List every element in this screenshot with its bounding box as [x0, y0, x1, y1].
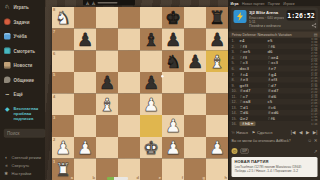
square-a6[interactable]: 6	[52, 50, 74, 72]
panel-tab-2[interactable]: Новая партия	[242, 1, 264, 5]
white-bishop[interactable]: ♝	[96, 94, 118, 116]
square-d7[interactable]	[118, 29, 140, 51]
sidebar-item-label: Общение	[14, 77, 35, 82]
square-b2[interactable]: ♟	[74, 137, 96, 159]
move-number: 14.	[232, 111, 240, 116]
square-b8[interactable]	[74, 7, 96, 29]
blitz-arena-icon	[234, 10, 247, 23]
nav-back-button[interactable]: ◀	[299, 129, 302, 136]
top-player-bar-cropped[interactable]: ♙ ♙	[83, 0, 135, 6]
sidebar-item-label: Играть	[14, 5, 29, 10]
square-g4[interactable]	[184, 94, 206, 116]
black-pawn[interactable]: ♟	[184, 50, 206, 72]
file-label: d	[137, 175, 139, 180]
square-h1[interactable]: h	[206, 158, 228, 180]
white-move[interactable]: ♘xa8	[240, 100, 268, 105]
square-c2[interactable]	[96, 137, 118, 159]
rank-label: 8	[53, 8, 55, 13]
sidebar-item-news[interactable]: Новости	[0, 58, 45, 73]
square-d6[interactable]	[118, 50, 140, 72]
square-a4[interactable]: 4	[52, 94, 74, 116]
black-king[interactable]: ♚	[162, 7, 184, 29]
footer-item-label: Светлый режим	[12, 155, 41, 160]
black-move[interactable]: e5	[268, 39, 296, 44]
square-e3[interactable]	[140, 115, 162, 137]
black-move[interactable]: ♗xf3	[268, 77, 296, 82]
rank-label: 3	[53, 116, 55, 121]
theme-icon: ◐	[4, 155, 9, 160]
rank-label: 1	[53, 159, 55, 164]
black-knight[interactable]: ♞	[162, 50, 184, 72]
sidebar-item-label: Учёба	[14, 34, 27, 39]
square-g7[interactable]	[184, 29, 206, 51]
black-move[interactable]: ♘f6	[268, 44, 296, 49]
captured-pawn-icon: ♙	[92, 0, 96, 5]
black-move[interactable]: ♗e7	[268, 66, 296, 71]
move-number: 12.	[232, 100, 240, 105]
square-h2[interactable]: ♟	[206, 137, 228, 159]
news-icon	[4, 62, 11, 69]
black-move[interactable]: ♕c6	[268, 105, 296, 110]
white-pawn[interactable]: ♟	[74, 137, 96, 159]
square-d8[interactable]	[118, 7, 140, 29]
square-f5[interactable]	[162, 72, 184, 94]
black-move[interactable]: ♗g4	[268, 72, 296, 77]
square-h8[interactable]: ♜	[206, 7, 228, 29]
square-e5[interactable]: ♟	[140, 72, 162, 94]
square-e4[interactable]: ♟	[140, 94, 162, 116]
banner-text: Вы не могли бы отключить AdBlock?	[232, 139, 306, 143]
square-e8[interactable]	[140, 7, 162, 29]
move-number: 11.	[232, 94, 240, 99]
square-g2[interactable]	[184, 137, 206, 159]
black-pawn[interactable]: ♟	[162, 29, 184, 51]
square-f6[interactable]: ♞	[162, 50, 184, 72]
rank-label: 6	[53, 51, 55, 56]
share-icon[interactable]	[312, 23, 317, 28]
square-c6[interactable]	[96, 50, 118, 72]
white-king[interactable]: ♚	[140, 137, 162, 159]
footer-item-label: Настройки	[12, 171, 32, 176]
collapse-icon: «	[4, 163, 9, 168]
square-f2[interactable]: ♟	[162, 137, 184, 159]
sidebar-item-watch[interactable]: Смотреть	[0, 44, 45, 59]
tournament-clock: 1:26:52	[287, 12, 314, 20]
online-dot	[107, 177, 114, 180]
white-pawn[interactable]: ♟	[206, 137, 228, 159]
white-move[interactable]: dxc3	[240, 66, 268, 71]
tournament-info: 3|2 Blitz Arena Классика · 640 игроков 5…	[249, 10, 284, 27]
opening-bar[interactable]: Petrov Defense: Nimzowitsch Variation ▤	[229, 32, 320, 38]
settings-icon: ✱	[4, 171, 9, 176]
chat-toolbar: ☺ GIF ↗	[232, 148, 318, 154]
square-c8[interactable]	[96, 7, 118, 29]
rank-label: 7	[53, 29, 55, 34]
white-move[interactable]: ♗h6+	[240, 122, 256, 127]
square-f1[interactable]: f	[162, 158, 184, 180]
move-number: 9.	[232, 83, 240, 88]
square-a1[interactable]: 1a♜	[52, 158, 74, 180]
footer-item-theme[interactable]: ◐Светлый режим	[0, 153, 45, 161]
move-number: 7.	[232, 72, 240, 77]
opening-name: Petrov Defense: Nimzowitsch Variation	[232, 33, 312, 37]
resign-button[interactable]: ⚑ Сдаться	[252, 130, 273, 135]
sidebar-item-label: Новости	[14, 63, 33, 68]
square-g5[interactable]	[184, 72, 206, 94]
toast-body	[114, 177, 128, 180]
game-panel: ИграНовая партияПартииИгроки 3|2 Blitz A…	[228, 0, 320, 180]
half-point-icon: ½	[232, 130, 235, 135]
cropped-toast	[107, 177, 128, 180]
tournament-clock-box: 1:26:52	[287, 10, 316, 21]
black-move[interactable]: ♘f6	[268, 116, 296, 121]
file-label: a	[71, 175, 73, 180]
black-move[interactable]: ♕d6	[268, 94, 296, 99]
sidebar-item-learn[interactable]: Учёба	[0, 29, 45, 44]
square-b5[interactable]	[74, 72, 96, 94]
tournament-title: 3|2 Blitz Arena	[249, 10, 284, 15]
move-number: 15.	[232, 116, 240, 121]
white-move[interactable]: ♗c4	[240, 72, 268, 77]
square-e7[interactable]: ♝	[140, 29, 162, 51]
captured-pawn-icon: ♙	[86, 0, 90, 5]
square-a3[interactable]: 3	[52, 115, 74, 137]
panel-tabs: ИграНовая партияПартииИгроки	[229, 0, 320, 6]
sidebar-item-more[interactable]: •••Ещё	[0, 87, 45, 102]
black-pawn[interactable]: ♟	[74, 29, 96, 51]
file-label: h	[225, 175, 227, 180]
sidebar-item-label: Ещё	[14, 92, 23, 97]
square-f3[interactable]: ♟	[162, 115, 184, 137]
white-move[interactable]: ♖d1	[240, 105, 268, 110]
white-move[interactable]: ♘c3	[240, 61, 268, 66]
white-pawn[interactable]: ♟	[52, 137, 74, 159]
square-b1[interactable]: b	[74, 158, 96, 180]
square-h5[interactable]	[206, 72, 228, 94]
square-h3[interactable]	[206, 115, 228, 137]
white-move[interactable]: ♘xe5	[240, 50, 268, 55]
white-move[interactable]: e4	[240, 39, 268, 44]
square-g1[interactable]: g	[184, 158, 206, 180]
white-move[interactable]: ♔e2	[240, 116, 268, 121]
tournament-subtitle: Классика · 640 игроков	[249, 16, 284, 20]
white-knight[interactable]: ♞	[52, 7, 74, 29]
square-h6[interactable]: ♝	[206, 50, 228, 72]
move-number: 2.	[232, 44, 240, 49]
footer-item-label: Свернуть	[12, 163, 30, 168]
square-b7[interactable]: ♟	[74, 29, 96, 51]
square-c7[interactable]	[96, 29, 118, 51]
square-g8[interactable]	[184, 7, 206, 29]
move-row: 16.♗h6+1:46	[229, 121, 320, 127]
move-times: 1:46	[311, 123, 318, 126]
search-input[interactable]	[4, 129, 45, 138]
sidebar-item-puzzles[interactable]: Задачи	[0, 15, 45, 30]
square-e6[interactable]	[140, 50, 162, 72]
adblock-banner: Вы не могли бы отключить AdBlock? ☺ ✕	[232, 138, 318, 143]
white-move[interactable]: ♘f3	[240, 44, 268, 49]
popout-icon[interactable]: ↗	[314, 149, 318, 154]
nav-forward-button[interactable]: ▶	[306, 129, 309, 136]
square-d3[interactable]	[118, 115, 140, 137]
close-icon[interactable]: ✕	[314, 138, 318, 143]
square-b6[interactable]	[74, 50, 96, 72]
watch-icon	[4, 48, 11, 55]
black-move[interactable]: ♘xc3	[268, 61, 296, 66]
mouse-cursor-dot	[161, 75, 164, 78]
player-name-cropped	[98, 2, 118, 4]
gif-icon[interactable]: GIF	[241, 149, 249, 154]
white-pawn[interactable]: ♟	[162, 115, 184, 137]
play-icon: ♘	[4, 4, 11, 11]
black-move[interactable]: ♕xd6	[268, 111, 296, 116]
smile-reaction-icon[interactable]: ☺	[307, 138, 312, 143]
square-d5[interactable]	[118, 72, 140, 94]
black-move[interactable]: d6	[268, 50, 296, 55]
diamond-icon: ◆	[4, 106, 11, 113]
sidebar-item-label: Задачи	[14, 19, 30, 24]
resign-flag-icon: ⚑	[252, 130, 256, 135]
square-a2[interactable]: 2♟	[52, 137, 74, 159]
footer-item-settings[interactable]: ✱Настройки	[0, 169, 45, 177]
move-list[interactable]: 1.e4e53:003:002.♘f3♘f62:592:583.♘xe5d62:…	[229, 38, 320, 127]
nav-first-button[interactable]: |◀	[291, 129, 296, 136]
move-number: 16.	[232, 122, 240, 127]
black-bishop[interactable]: ♝	[140, 29, 162, 51]
opening-book-icon: ▤	[314, 32, 318, 37]
panel-tab-3[interactable]: Партии	[268, 1, 280, 5]
square-c3[interactable]	[96, 115, 118, 137]
white-move[interactable]: gxf3	[240, 83, 268, 88]
learn-icon	[4, 33, 11, 40]
black-move[interactable]: ♘xe4	[268, 55, 296, 60]
white-bishop[interactable]: ♝	[206, 50, 228, 72]
white-move[interactable]: ♘c7	[240, 94, 268, 99]
standings-link[interactable]: Перейти к рейтингу	[249, 24, 284, 28]
move-number: 1.	[232, 39, 240, 44]
square-d4[interactable]	[118, 94, 140, 116]
sidebar-search	[0, 125, 45, 141]
black-pawn[interactable]: ♟	[206, 29, 228, 51]
square-h4[interactable]	[206, 94, 228, 116]
panel-tab-4[interactable]: Игроки	[283, 1, 294, 5]
tournament-round: 5:11	[249, 20, 284, 24]
nav-last-button[interactable]: ▶|	[313, 129, 318, 136]
rank-label: 2	[53, 137, 55, 142]
white-move[interactable]: ♕xd7	[240, 88, 268, 93]
panel-tab-1[interactable]: Игра	[231, 1, 239, 5]
square-c4[interactable]: ♝	[96, 94, 118, 116]
new-game-title: НОВАЯ ПАРТИЯ	[235, 159, 315, 164]
white-move[interactable]: ♘f3	[240, 55, 268, 60]
file-label: f	[182, 175, 183, 180]
square-a5[interactable]: 5	[52, 72, 74, 94]
black-pawn[interactable]: ♟	[140, 72, 162, 94]
file-label: b	[93, 175, 95, 180]
black-move[interactable]: ♕xd7	[268, 88, 296, 93]
new-game-players: LeoTsarfman (1278) против Maratovau (194…	[235, 165, 315, 169]
move-number: 13.	[232, 105, 240, 110]
emoji-icon[interactable]: ☺	[232, 148, 238, 154]
tournament-box[interactable]: 3|2 Blitz Arena Классика · 640 игроков 5…	[231, 8, 318, 30]
game-controls: ½ Ничья ⚑ Сдаться |◀◀▶▶|	[229, 128, 320, 136]
more-icon: •••	[4, 91, 11, 98]
new-game-rating-change: Победа +2.5 / Ничья -1.4 / Поражение -5.…	[235, 169, 315, 173]
move-number: 6.	[232, 66, 240, 71]
move-number: 3.	[232, 50, 240, 55]
black-rook[interactable]: ♜	[206, 7, 228, 29]
sidebar-item-social[interactable]: Общение	[0, 73, 45, 88]
square-g6[interactable]: ♟	[184, 50, 206, 72]
square-g3[interactable]	[184, 115, 206, 137]
sidebar-item-play[interactable]: ♘Играть	[0, 0, 45, 15]
square-a8[interactable]: 8♞	[52, 7, 74, 29]
file-label: e	[159, 175, 161, 180]
white-move[interactable]: ♗e3	[240, 77, 268, 82]
square-d2[interactable]	[118, 137, 140, 159]
sidebar-footer: ◐Светлый режим«Свернуть✱Настройки	[0, 153, 45, 177]
square-a7[interactable]: 7	[52, 29, 74, 51]
new-game-card: НОВАЯ ПАРТИЯ LeoTsarfman (1278) против M…	[232, 157, 318, 177]
rank-label: 5	[53, 72, 55, 77]
black-move[interactable]: c5	[268, 100, 296, 105]
black-move[interactable]: ♘d7	[268, 83, 296, 88]
sidebar-menu: ♘ИгратьЗадачиУчёбаСмотретьНовостиОбщение…	[0, 0, 45, 102]
square-f8[interactable]: ♚	[162, 7, 184, 29]
white-pawn[interactable]: ♟	[162, 137, 184, 159]
square-h7[interactable]: ♟	[206, 29, 228, 51]
footer-item-collapse[interactable]: «Свернуть	[0, 161, 45, 169]
square-f7[interactable]: ♟	[162, 29, 184, 51]
rank-label: 4	[53, 94, 55, 99]
square-b4[interactable]	[74, 94, 96, 116]
sidebar: ♘ИгратьЗадачиУчёбаСмотретьНовостиОбщение…	[0, 0, 45, 180]
white-move[interactable]: ♖d6	[240, 111, 268, 116]
square-b3[interactable]	[74, 115, 96, 137]
move-number: 4.	[232, 55, 240, 60]
square-c5[interactable]: ♟	[96, 72, 118, 94]
puzzles-icon	[4, 19, 11, 26]
move-number: 8.	[232, 77, 240, 82]
square-e2[interactable]: ♚	[140, 137, 162, 159]
free-trial-button[interactable]: ◆ Бесплатная пробная подписка	[0, 102, 45, 125]
file-label: g	[203, 175, 205, 180]
draw-button[interactable]: ½ Ничья	[232, 130, 248, 135]
white-pawn[interactable]: ♟	[140, 94, 162, 116]
move-number: 10.	[232, 88, 240, 93]
chesscom-live-page: ♘ИгратьЗадачиУчёбаСмотретьНовостиОбщение…	[0, 0, 320, 180]
social-icon	[4, 77, 11, 84]
move-times: 1:551:38	[311, 116, 318, 122]
move-number: 5.	[232, 61, 240, 66]
move-navigation: |◀◀▶▶|	[291, 129, 318, 136]
chess-board[interactable]: 8♞♚♜7♟♝♟♟6♞♟♝5♟♟4♝♟3♟2♟♟♚♟♟1a♜bcdefgh	[52, 7, 228, 180]
sidebar-item-label: Смотреть	[14, 48, 36, 53]
free-trial-label: Бесплатная пробная подписка	[14, 106, 42, 121]
square-f4[interactable]	[162, 94, 184, 116]
black-pawn[interactable]: ♟	[96, 72, 118, 94]
square-e1[interactable]: e	[140, 158, 162, 180]
